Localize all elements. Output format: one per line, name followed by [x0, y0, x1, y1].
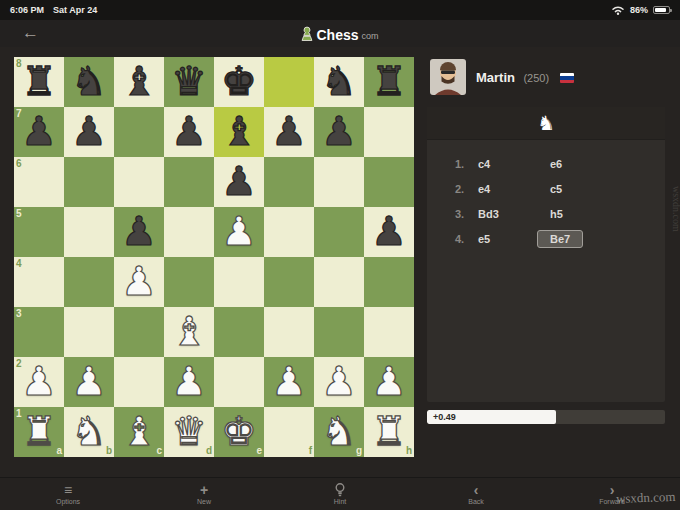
square-f4[interactable] — [264, 257, 314, 307]
piece-white-king: ♚ — [214, 407, 264, 457]
piece-white-rook: ♜ — [14, 407, 64, 457]
evaluation-white-fill: +0.49 — [427, 410, 556, 424]
move-row: 4.e5Be7 — [427, 226, 665, 251]
chevron-left-icon: ‹ — [474, 483, 479, 497]
square-f2[interactable]: ♟ — [264, 357, 314, 407]
square-h8[interactable]: ♜ — [364, 57, 414, 107]
square-g8[interactable]: ♞ — [314, 57, 364, 107]
square-a3[interactable]: 3 — [14, 307, 64, 357]
square-b4[interactable] — [64, 257, 114, 307]
move-list-panel: ♞ 1.c4e62.e4c53.Bd3h54.e5Be7 — [427, 107, 665, 402]
move-list-rows: 1.c4e62.e4c53.Bd3h54.e5Be7 — [427, 140, 665, 251]
piece-black-king: ♚ — [214, 57, 264, 107]
piece-white-bishop: ♝ — [164, 307, 214, 357]
move-number: 2. — [455, 183, 478, 195]
white-move[interactable]: Bd3 — [478, 208, 550, 220]
piece-black-bishop: ♝ — [114, 57, 164, 107]
piece-white-pawn: ♟ — [114, 257, 164, 307]
square-d1[interactable]: d♛ — [164, 407, 214, 457]
square-g1[interactable]: g♞ — [314, 407, 364, 457]
flag-stripe-bottom — [560, 80, 574, 83]
square-d5[interactable] — [164, 207, 214, 257]
move-list-header: ♞ — [427, 107, 665, 140]
piece-white-knight: ♞ — [64, 407, 114, 457]
square-g5[interactable] — [314, 207, 364, 257]
watermark-bottom: wsxdn.com — [616, 489, 676, 507]
knight-icon: ♞ — [537, 113, 555, 133]
square-f1[interactable]: f — [264, 407, 314, 457]
square-h5[interactable]: ♟ — [364, 207, 414, 257]
move-row: 1.c4e6 — [427, 151, 665, 176]
piece-black-knight: ♞ — [64, 57, 114, 107]
player-name: Martin — [476, 70, 515, 85]
piece-white-pawn: ♟ — [214, 207, 264, 257]
square-f5[interactable] — [264, 207, 314, 257]
piece-white-knight: ♞ — [314, 407, 364, 457]
square-e2[interactable] — [214, 357, 264, 407]
piece-white-pawn: ♟ — [164, 357, 214, 407]
options-list-icon: ≡ — [64, 483, 72, 497]
square-e7[interactable]: ♝ — [214, 107, 264, 157]
square-b3[interactable] — [64, 307, 114, 357]
square-a5[interactable]: 5 — [14, 207, 64, 257]
square-g6[interactable] — [314, 157, 364, 207]
file-label-f: f — [309, 446, 312, 456]
black-move[interactable]: Be7 — [537, 230, 583, 248]
square-d3[interactable]: ♝ — [164, 307, 214, 357]
square-e5[interactable]: ♟ — [214, 207, 264, 257]
piece-black-pawn: ♟ — [14, 107, 64, 157]
square-c8[interactable]: ♝ — [114, 57, 164, 107]
logo-suffix: com — [362, 31, 379, 42]
battery-percent: 86% — [630, 5, 648, 15]
square-a4[interactable]: 4 — [14, 257, 64, 307]
back-move-button[interactable]: ‹ Back — [408, 478, 544, 510]
piece-black-knight: ♞ — [314, 57, 364, 107]
status-bar: 6:06 PM Sat Apr 24 86% — [0, 0, 680, 20]
black-move[interactable]: h5 — [550, 208, 586, 220]
piece-white-pawn: ♟ — [264, 357, 314, 407]
move-row: 3.Bd3h5 — [427, 201, 665, 226]
white-move[interactable]: c4 — [478, 158, 550, 170]
square-g2[interactable]: ♟ — [314, 357, 364, 407]
piece-white-pawn: ♟ — [14, 357, 64, 407]
piece-black-pawn: ♟ — [264, 107, 314, 157]
chess-app-screen: 6:06 PM Sat Apr 24 86% ← Chess com — [0, 0, 680, 510]
piece-white-rook: ♜ — [364, 407, 414, 457]
rank-label-3: 3 — [16, 309, 22, 319]
move-number: 1. — [455, 158, 478, 170]
square-f3[interactable] — [264, 307, 314, 357]
options-button[interactable]: ≡ Options — [0, 478, 136, 510]
player-flag-icon — [560, 73, 574, 83]
square-h7[interactable] — [364, 107, 414, 157]
piece-black-pawn: ♟ — [314, 107, 364, 157]
back-button[interactable]: ← — [22, 23, 39, 43]
square-a6[interactable]: 6 — [14, 157, 64, 207]
watermark-side: wsxdn.com — [671, 186, 680, 232]
piece-white-pawn: ♟ — [314, 357, 364, 407]
status-date: Sat Apr 24 — [53, 5, 97, 15]
square-b6[interactable] — [64, 157, 114, 207]
square-e3[interactable] — [214, 307, 264, 357]
square-b1[interactable]: b♞ — [64, 407, 114, 457]
square-c7[interactable] — [114, 107, 164, 157]
piece-black-bishop: ♝ — [214, 107, 264, 157]
hint-button[interactable]: Hint — [272, 478, 408, 510]
square-h6[interactable] — [364, 157, 414, 207]
avatar — [430, 59, 466, 95]
move-number: 4. — [455, 233, 478, 245]
square-e1[interactable]: e♚ — [214, 407, 264, 457]
square-b5[interactable] — [64, 207, 114, 257]
chesscom-logo: Chess com — [301, 26, 378, 42]
square-a2[interactable]: 2♟ — [14, 357, 64, 407]
status-time: 6:06 PM — [10, 5, 44, 15]
evaluation-bar: +0.49 — [427, 410, 665, 424]
square-b2[interactable]: ♟ — [64, 357, 114, 407]
square-d4[interactable] — [164, 257, 214, 307]
piece-black-pawn: ♟ — [214, 157, 264, 207]
app-header: ← Chess com — [0, 20, 680, 47]
square-a1[interactable]: 1a♜ — [14, 407, 64, 457]
new-game-button[interactable]: + New — [136, 478, 272, 510]
square-b8[interactable]: ♞ — [64, 57, 114, 107]
square-c4[interactable]: ♟ — [114, 257, 164, 307]
piece-black-rook: ♜ — [364, 57, 414, 107]
evaluation-score: +0.49 — [427, 412, 456, 422]
square-f7[interactable]: ♟ — [264, 107, 314, 157]
piece-black-queen: ♛ — [164, 57, 214, 107]
square-e6[interactable]: ♟ — [214, 157, 264, 207]
square-a8[interactable]: 8♜ — [14, 57, 64, 107]
square-d8[interactable]: ♛ — [164, 57, 214, 107]
chess-board: 8♜♞♝♛♚♞♜7♟♟♟♝♟♟6♟5♟♟♟4♟3♝2♟♟♟♟♟♟1a♜b♞c♝d… — [14, 57, 414, 457]
wifi-icon — [611, 5, 625, 15]
square-c1[interactable]: c♝ — [114, 407, 164, 457]
square-e4[interactable] — [214, 257, 264, 307]
piece-white-pawn: ♟ — [64, 357, 114, 407]
rank-label-4: 4 — [16, 259, 22, 269]
plus-icon: + — [200, 483, 208, 497]
piece-white-bishop: ♝ — [114, 407, 164, 457]
piece-black-pawn: ♟ — [364, 207, 414, 257]
pawn-logo-icon — [301, 26, 313, 42]
black-move[interactable]: c5 — [550, 183, 586, 195]
square-d2[interactable]: ♟ — [164, 357, 214, 407]
square-b7[interactable]: ♟ — [64, 107, 114, 157]
square-a7[interactable]: 7♟ — [14, 107, 64, 157]
square-h1[interactable]: h♜ — [364, 407, 414, 457]
square-f6[interactable] — [264, 157, 314, 207]
square-g3[interactable] — [314, 307, 364, 357]
bottom-toolbar: ≡ Options + New Hint ‹ Back › Forward — [0, 477, 680, 510]
square-h3[interactable] — [364, 307, 414, 357]
chevron-right-icon: › — [610, 483, 615, 497]
square-c3[interactable] — [114, 307, 164, 357]
square-g7[interactable]: ♟ — [314, 107, 364, 157]
white-move[interactable]: e4 — [478, 183, 550, 195]
black-move[interactable]: e6 — [550, 158, 586, 170]
piece-black-pawn: ♟ — [164, 107, 214, 157]
move-number: 3. — [455, 208, 478, 220]
piece-black-pawn: ♟ — [64, 107, 114, 157]
lightbulb-icon — [335, 483, 345, 497]
piece-black-pawn: ♟ — [114, 207, 164, 257]
square-c6[interactable] — [114, 157, 164, 207]
square-h2[interactable]: ♟ — [364, 357, 414, 407]
square-d6[interactable] — [164, 157, 214, 207]
piece-white-queen: ♛ — [164, 407, 214, 457]
square-g4[interactable] — [314, 257, 364, 307]
rank-label-6: 6 — [16, 159, 22, 169]
player-card[interactable]: Martin (250) — [430, 58, 666, 96]
rank-label-5: 5 — [16, 209, 22, 219]
piece-white-pawn: ♟ — [364, 357, 414, 407]
square-c2[interactable] — [114, 357, 164, 407]
piece-black-rook: ♜ — [14, 57, 64, 107]
move-row: 2.e4c5 — [427, 176, 665, 201]
square-f8[interactable] — [264, 57, 314, 107]
square-h4[interactable] — [364, 257, 414, 307]
logo-text: Chess — [316, 28, 358, 42]
battery-icon — [653, 6, 670, 14]
square-d7[interactable]: ♟ — [164, 107, 214, 157]
player-rating: (250) — [523, 72, 549, 84]
square-e8[interactable]: ♚ — [214, 57, 264, 107]
square-c5[interactable]: ♟ — [114, 207, 164, 257]
